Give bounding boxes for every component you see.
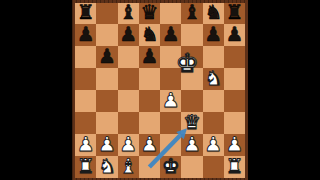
square-h4[interactable] xyxy=(224,90,245,112)
square-d1[interactable] xyxy=(139,156,160,178)
black-knight-d7[interactable]: ♞ xyxy=(140,24,158,44)
square-h8[interactable]: ♜ xyxy=(224,3,245,25)
white-king-e1[interactable]: ♚ xyxy=(162,156,180,176)
white-pawn-f2[interactable]: ♟ xyxy=(183,134,201,154)
square-f2[interactable]: ♟ xyxy=(181,134,202,156)
square-d6[interactable]: ♟ xyxy=(139,46,160,68)
square-b4[interactable] xyxy=(96,90,117,112)
white-pawn-h2[interactable]: ♟ xyxy=(225,134,243,154)
black-pawn-d6[interactable]: ♟ xyxy=(140,46,158,66)
white-pawn-e4[interactable]: ♟ xyxy=(162,90,180,110)
white-knight-b1[interactable]: ♞ xyxy=(98,156,116,176)
square-b7[interactable] xyxy=(96,24,117,46)
black-pawn-e7[interactable]: ♟ xyxy=(162,24,180,44)
square-c3[interactable] xyxy=(118,112,139,134)
square-e7[interactable]: ♟ xyxy=(160,24,181,46)
white-queen-f3[interactable]: ♛ xyxy=(183,112,201,132)
black-pawn-g7[interactable]: ♟ xyxy=(204,24,222,44)
chess-board: ♜♝♛♝♞♜♟♟♞♟♟♟♟♟♞♟♛♟♟♟♟♟♟♟♜♞♝♚♜♚ xyxy=(75,3,245,178)
square-c8[interactable]: ♝ xyxy=(118,3,139,25)
square-a1[interactable]: ♜ xyxy=(75,156,96,178)
black-pawn-h7[interactable]: ♟ xyxy=(225,24,243,44)
square-c6[interactable] xyxy=(118,46,139,68)
square-f8[interactable]: ♝ xyxy=(181,3,202,25)
square-a7[interactable]: ♟ xyxy=(75,24,96,46)
square-d3[interactable] xyxy=(139,112,160,134)
black-pawn-b6[interactable]: ♟ xyxy=(98,46,116,66)
square-e4[interactable]: ♟ xyxy=(160,90,181,112)
square-e2[interactable] xyxy=(160,134,181,156)
square-b3[interactable] xyxy=(96,112,117,134)
square-a6[interactable] xyxy=(75,46,96,68)
white-pawn-d2[interactable]: ♟ xyxy=(140,134,158,154)
square-d7[interactable]: ♞ xyxy=(139,24,160,46)
square-h1[interactable]: ♜ xyxy=(224,156,245,178)
white-pawn-b2[interactable]: ♟ xyxy=(98,134,116,154)
square-g2[interactable]: ♟ xyxy=(203,134,224,156)
square-c5[interactable] xyxy=(118,68,139,90)
square-c4[interactable] xyxy=(118,90,139,112)
square-d5[interactable] xyxy=(139,68,160,90)
white-king-f6[interactable]: ♚ xyxy=(176,50,199,76)
square-f7[interactable] xyxy=(181,24,202,46)
square-h7[interactable]: ♟ xyxy=(224,24,245,46)
square-c7[interactable]: ♟ xyxy=(118,24,139,46)
square-g4[interactable] xyxy=(203,90,224,112)
square-b6[interactable]: ♟ xyxy=(96,46,117,68)
black-pawn-c7[interactable]: ♟ xyxy=(119,24,137,44)
black-bishop-f8[interactable]: ♝ xyxy=(183,2,201,22)
black-pawn-a7[interactable]: ♟ xyxy=(77,24,95,44)
white-pawn-c2[interactable]: ♟ xyxy=(119,134,137,154)
black-bishop-c8[interactable]: ♝ xyxy=(119,2,137,22)
square-h3[interactable] xyxy=(224,112,245,134)
square-g1[interactable] xyxy=(203,156,224,178)
white-pawn-g2[interactable]: ♟ xyxy=(204,134,222,154)
square-g8[interactable]: ♞ xyxy=(203,3,224,25)
square-f4[interactable] xyxy=(181,90,202,112)
square-c2[interactable]: ♟ xyxy=(118,134,139,156)
square-h5[interactable] xyxy=(224,68,245,90)
square-a8[interactable]: ♜ xyxy=(75,3,96,25)
square-a3[interactable] xyxy=(75,112,96,134)
square-b2[interactable]: ♟ xyxy=(96,134,117,156)
square-g3[interactable] xyxy=(203,112,224,134)
white-pawn-a2[interactable]: ♟ xyxy=(77,134,95,154)
square-a5[interactable] xyxy=(75,68,96,90)
black-knight-g8[interactable]: ♞ xyxy=(204,2,222,22)
white-rook-h1[interactable]: ♜ xyxy=(225,156,243,176)
square-h6[interactable] xyxy=(224,46,245,68)
chess-board-frame: ♜♝♛♝♞♜♟♟♞♟♟♟♟♟♞♟♛♟♟♟♟♟♟♟♜♞♝♚♜♚ xyxy=(72,0,248,180)
white-bishop-c1[interactable]: ♝ xyxy=(119,156,137,176)
square-e1[interactable]: ♚ xyxy=(160,156,181,178)
square-h2[interactable]: ♟ xyxy=(224,134,245,156)
square-a4[interactable] xyxy=(75,90,96,112)
square-d8[interactable]: ♛ xyxy=(139,3,160,25)
black-rook-a8[interactable]: ♜ xyxy=(77,2,95,22)
square-g5[interactable]: ♞ xyxy=(203,68,224,90)
white-knight-g5[interactable]: ♞ xyxy=(204,68,222,88)
square-b5[interactable] xyxy=(96,68,117,90)
square-d4[interactable] xyxy=(139,90,160,112)
square-a2[interactable]: ♟ xyxy=(75,134,96,156)
square-e8[interactable] xyxy=(160,3,181,25)
square-f3[interactable]: ♛ xyxy=(181,112,202,134)
square-b1[interactable]: ♞ xyxy=(96,156,117,178)
black-rook-h8[interactable]: ♜ xyxy=(225,2,243,22)
square-g6[interactable] xyxy=(203,46,224,68)
square-d2[interactable]: ♟ xyxy=(139,134,160,156)
white-rook-a1[interactable]: ♜ xyxy=(77,156,95,176)
square-e3[interactable] xyxy=(160,112,181,134)
square-b8[interactable] xyxy=(96,3,117,25)
screenshot-stage: ♜♝♛♝♞♜♟♟♞♟♟♟♟♟♞♟♛♟♟♟♟♟♟♟♜♞♝♚♜♚ xyxy=(0,0,320,180)
square-g7[interactable]: ♟ xyxy=(203,24,224,46)
square-c1[interactable]: ♝ xyxy=(118,156,139,178)
square-f1[interactable] xyxy=(181,156,202,178)
black-queen-d8[interactable]: ♛ xyxy=(140,2,158,22)
